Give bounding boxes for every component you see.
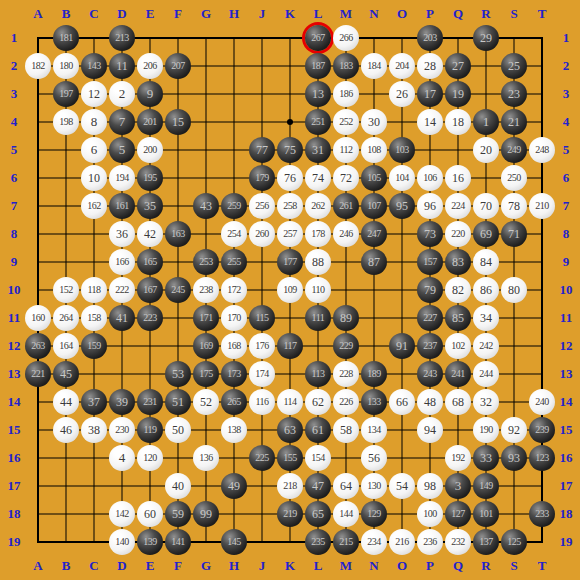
stone-black-t18[interactable]: 233 bbox=[529, 501, 555, 527]
stone-black-s3[interactable]: 23 bbox=[501, 81, 527, 107]
stone-black-t16[interactable]: 123 bbox=[529, 445, 555, 471]
row-label-left-17: 17 bbox=[8, 478, 21, 494]
stone-white-l16[interactable]: 154 bbox=[305, 445, 331, 471]
stone-black-o5[interactable]: 103 bbox=[389, 137, 415, 163]
stone-white-p15[interactable]: 94 bbox=[417, 417, 443, 443]
stone-black-k15[interactable]: 63 bbox=[277, 417, 303, 443]
stone-white-h10[interactable]: 172 bbox=[221, 277, 247, 303]
stone-black-q17[interactable]: 3 bbox=[445, 473, 471, 499]
stone-black-g12[interactable]: 169 bbox=[193, 333, 219, 359]
stone-white-n4[interactable]: 30 bbox=[361, 109, 387, 135]
stone-black-l19[interactable]: 235 bbox=[305, 529, 331, 555]
col-label-top-j: J bbox=[259, 6, 266, 22]
stone-black-k5[interactable]: 75 bbox=[277, 137, 303, 163]
row-label-right-8: 8 bbox=[563, 226, 570, 242]
stone-white-c10[interactable]: 118 bbox=[81, 277, 107, 303]
stone-black-m11[interactable]: 89 bbox=[333, 305, 359, 331]
stone-black-f4[interactable]: 15 bbox=[165, 109, 191, 135]
stone-black-l2[interactable]: 187 bbox=[305, 53, 331, 79]
stone-white-j13[interactable]: 174 bbox=[249, 361, 275, 387]
row-label-left-8: 8 bbox=[11, 226, 18, 242]
stone-white-n16[interactable]: 56 bbox=[361, 445, 387, 471]
stone-white-n15[interactable]: 134 bbox=[361, 417, 387, 443]
stone-white-m14[interactable]: 226 bbox=[333, 389, 359, 415]
row-label-left-13: 13 bbox=[8, 366, 21, 382]
stone-white-s10[interactable]: 80 bbox=[501, 277, 527, 303]
stone-white-n2[interactable]: 184 bbox=[361, 53, 387, 79]
stone-white-e8[interactable]: 42 bbox=[137, 221, 163, 247]
stone-white-e5[interactable]: 200 bbox=[137, 137, 163, 163]
col-label-bottom-l: L bbox=[314, 558, 323, 574]
stone-black-e7[interactable]: 35 bbox=[137, 193, 163, 219]
stone-white-b2[interactable]: 180 bbox=[53, 53, 79, 79]
stone-black-d14[interactable]: 39 bbox=[109, 389, 135, 415]
stone-black-r16[interactable]: 33 bbox=[473, 445, 499, 471]
stone-black-n13[interactable]: 189 bbox=[361, 361, 387, 387]
stone-black-f14[interactable]: 51 bbox=[165, 389, 191, 415]
stone-black-e4[interactable]: 201 bbox=[137, 109, 163, 135]
stone-white-o14[interactable]: 66 bbox=[389, 389, 415, 415]
stone-black-d11[interactable]: 41 bbox=[109, 305, 135, 331]
stone-black-a13[interactable]: 221 bbox=[25, 361, 51, 387]
stone-black-g18[interactable]: 99 bbox=[193, 501, 219, 527]
stone-black-r1[interactable]: 29 bbox=[473, 25, 499, 51]
stone-black-r4[interactable]: 1 bbox=[473, 109, 499, 135]
stone-white-l10[interactable]: 110 bbox=[305, 277, 331, 303]
stone-white-c7[interactable]: 162 bbox=[81, 193, 107, 219]
stone-white-m5[interactable]: 112 bbox=[333, 137, 359, 163]
stone-black-s5[interactable]: 249 bbox=[501, 137, 527, 163]
stone-white-m6[interactable]: 72 bbox=[333, 165, 359, 191]
row-label-right-15: 15 bbox=[560, 422, 573, 438]
stone-black-n18[interactable]: 129 bbox=[361, 501, 387, 527]
stone-white-r11[interactable]: 34 bbox=[473, 305, 499, 331]
stone-white-k6[interactable]: 76 bbox=[277, 165, 303, 191]
row-label-right-1: 1 bbox=[563, 30, 570, 46]
stone-black-j16[interactable]: 225 bbox=[249, 445, 275, 471]
row-label-right-19: 19 bbox=[560, 534, 573, 550]
stone-white-r10[interactable]: 86 bbox=[473, 277, 499, 303]
stone-white-k14[interactable]: 114 bbox=[277, 389, 303, 415]
stone-white-d10[interactable]: 222 bbox=[109, 277, 135, 303]
row-label-right-14: 14 bbox=[560, 394, 573, 410]
col-label-top-e: E bbox=[146, 6, 155, 22]
col-label-bottom-c: C bbox=[89, 558, 98, 574]
row-label-left-15: 15 bbox=[8, 422, 21, 438]
stone-white-r14[interactable]: 32 bbox=[473, 389, 499, 415]
row-label-right-2: 2 bbox=[563, 58, 570, 74]
col-label-bottom-k: K bbox=[285, 558, 295, 574]
stone-white-m3[interactable]: 186 bbox=[333, 81, 359, 107]
col-label-top-r: R bbox=[481, 6, 490, 22]
stone-white-j7[interactable]: 256 bbox=[249, 193, 275, 219]
stone-white-g16[interactable]: 136 bbox=[193, 445, 219, 471]
stone-black-s4[interactable]: 21 bbox=[501, 109, 527, 135]
stone-black-m2[interactable]: 183 bbox=[333, 53, 359, 79]
col-label-top-a: A bbox=[33, 6, 42, 22]
stone-white-m18[interactable]: 144 bbox=[333, 501, 359, 527]
stone-black-b3[interactable]: 197 bbox=[53, 81, 79, 107]
col-label-top-s: S bbox=[510, 6, 517, 22]
stone-white-c3[interactable]: 12 bbox=[81, 81, 107, 107]
stone-white-j12[interactable]: 176 bbox=[249, 333, 275, 359]
stone-white-m8[interactable]: 246 bbox=[333, 221, 359, 247]
stone-white-p17[interactable]: 98 bbox=[417, 473, 443, 499]
stone-black-j11[interactable]: 115 bbox=[249, 305, 275, 331]
stone-white-p6[interactable]: 106 bbox=[417, 165, 443, 191]
col-label-bottom-q: Q bbox=[453, 558, 463, 574]
col-label-bottom-m: M bbox=[340, 558, 352, 574]
stone-white-m1[interactable]: 266 bbox=[333, 25, 359, 51]
stone-black-p12[interactable]: 237 bbox=[417, 333, 443, 359]
stone-black-n9[interactable]: 87 bbox=[361, 249, 387, 275]
stone-black-o12[interactable]: 91 bbox=[389, 333, 415, 359]
stone-black-d1[interactable]: 213 bbox=[109, 25, 135, 51]
stone-white-l9[interactable]: 88 bbox=[305, 249, 331, 275]
stone-black-q9[interactable]: 83 bbox=[445, 249, 471, 275]
stone-black-q13[interactable]: 241 bbox=[445, 361, 471, 387]
stone-white-p18[interactable]: 100 bbox=[417, 501, 443, 527]
stone-black-g11[interactable]: 171 bbox=[193, 305, 219, 331]
stone-white-b11[interactable]: 264 bbox=[53, 305, 79, 331]
col-label-bottom-d: D bbox=[117, 558, 126, 574]
stone-black-g7[interactable]: 43 bbox=[193, 193, 219, 219]
stone-white-q12[interactable]: 102 bbox=[445, 333, 471, 359]
stone-white-a11[interactable]: 160 bbox=[25, 305, 51, 331]
stone-white-f17[interactable]: 40 bbox=[165, 473, 191, 499]
col-label-bottom-t: T bbox=[538, 558, 547, 574]
stone-white-e2[interactable]: 206 bbox=[137, 53, 163, 79]
col-label-top-b: B bbox=[62, 6, 71, 22]
stone-white-s7[interactable]: 78 bbox=[501, 193, 527, 219]
stone-white-d8[interactable]: 36 bbox=[109, 221, 135, 247]
row-label-right-3: 3 bbox=[563, 86, 570, 102]
stone-black-g13[interactable]: 175 bbox=[193, 361, 219, 387]
stone-white-o2[interactable]: 204 bbox=[389, 53, 415, 79]
stone-white-k10[interactable]: 109 bbox=[277, 277, 303, 303]
stone-black-m12[interactable]: 229 bbox=[333, 333, 359, 359]
star-point-k4 bbox=[287, 119, 293, 125]
stone-black-e19[interactable]: 139 bbox=[137, 529, 163, 555]
stone-black-j5[interactable]: 77 bbox=[249, 137, 275, 163]
stone-black-s2[interactable]: 25 bbox=[501, 53, 527, 79]
stone-white-q16[interactable]: 192 bbox=[445, 445, 471, 471]
stone-black-l18[interactable]: 65 bbox=[305, 501, 331, 527]
stone-white-m4[interactable]: 252 bbox=[333, 109, 359, 135]
stone-black-t15[interactable]: 239 bbox=[529, 417, 555, 443]
stone-white-b4[interactable]: 198 bbox=[53, 109, 79, 135]
row-label-right-9: 9 bbox=[563, 254, 570, 270]
stone-black-s8[interactable]: 71 bbox=[501, 221, 527, 247]
stone-white-c4[interactable]: 8 bbox=[81, 109, 107, 135]
col-label-bottom-h: H bbox=[229, 558, 239, 574]
stone-white-j8[interactable]: 260 bbox=[249, 221, 275, 247]
stone-white-a2[interactable]: 182 bbox=[25, 53, 51, 79]
col-label-top-k: K bbox=[285, 6, 295, 22]
col-label-bottom-o: O bbox=[397, 558, 407, 574]
stone-black-k12[interactable]: 117 bbox=[277, 333, 303, 359]
row-label-right-17: 17 bbox=[560, 478, 573, 494]
row-label-left-1: 1 bbox=[11, 30, 18, 46]
stone-black-n8[interactable]: 247 bbox=[361, 221, 387, 247]
col-label-top-n: N bbox=[369, 6, 378, 22]
stone-black-k16[interactable]: 155 bbox=[277, 445, 303, 471]
stone-black-h17[interactable]: 49 bbox=[221, 473, 247, 499]
stone-white-q10[interactable]: 82 bbox=[445, 277, 471, 303]
stone-black-p8[interactable]: 73 bbox=[417, 221, 443, 247]
stone-white-b14[interactable]: 44 bbox=[53, 389, 79, 415]
stone-white-c5[interactable]: 6 bbox=[81, 137, 107, 163]
row-label-right-16: 16 bbox=[560, 450, 573, 466]
stone-black-q2[interactable]: 27 bbox=[445, 53, 471, 79]
col-label-bottom-e: E bbox=[146, 558, 155, 574]
col-label-bottom-r: R bbox=[481, 558, 490, 574]
stone-white-s15[interactable]: 92 bbox=[501, 417, 527, 443]
stone-white-l7[interactable]: 262 bbox=[305, 193, 331, 219]
stone-white-p14[interactable]: 48 bbox=[417, 389, 443, 415]
stone-white-c15[interactable]: 38 bbox=[81, 417, 107, 443]
stone-white-f15[interactable]: 50 bbox=[165, 417, 191, 443]
stone-black-m19[interactable]: 215 bbox=[333, 529, 359, 555]
stone-black-l13[interactable]: 113 bbox=[305, 361, 331, 387]
stone-white-k7[interactable]: 258 bbox=[277, 193, 303, 219]
stone-black-d7[interactable]: 161 bbox=[109, 193, 135, 219]
stone-black-d4[interactable]: 7 bbox=[109, 109, 135, 135]
row-label-left-19: 19 bbox=[8, 534, 21, 550]
stone-black-s19[interactable]: 125 bbox=[501, 529, 527, 555]
stone-white-h15[interactable]: 138 bbox=[221, 417, 247, 443]
stone-black-k9[interactable]: 177 bbox=[277, 249, 303, 275]
row-label-right-11: 11 bbox=[560, 310, 572, 326]
stone-black-l1-last-move[interactable]: 267 bbox=[305, 25, 331, 51]
row-label-left-10: 10 bbox=[8, 282, 21, 298]
stone-black-b13[interactable]: 45 bbox=[53, 361, 79, 387]
stone-white-q4[interactable]: 18 bbox=[445, 109, 471, 135]
stone-black-b1[interactable]: 181 bbox=[53, 25, 79, 51]
stone-white-n17[interactable]: 130 bbox=[361, 473, 387, 499]
stone-black-e9[interactable]: 165 bbox=[137, 249, 163, 275]
stone-white-e18[interactable]: 60 bbox=[137, 501, 163, 527]
stone-black-f2[interactable]: 207 bbox=[165, 53, 191, 79]
stone-white-d9[interactable]: 166 bbox=[109, 249, 135, 275]
stone-white-q19[interactable]: 232 bbox=[445, 529, 471, 555]
stone-black-f18[interactable]: 59 bbox=[165, 501, 191, 527]
stone-white-r9[interactable]: 84 bbox=[473, 249, 499, 275]
stone-white-n19[interactable]: 234 bbox=[361, 529, 387, 555]
stone-black-q18[interactable]: 127 bbox=[445, 501, 471, 527]
stone-white-r12[interactable]: 242 bbox=[473, 333, 499, 359]
stone-white-b12[interactable]: 164 bbox=[53, 333, 79, 359]
col-label-top-f: F bbox=[174, 6, 182, 22]
stone-black-g9[interactable]: 253 bbox=[193, 249, 219, 275]
stone-black-e10[interactable]: 167 bbox=[137, 277, 163, 303]
row-label-left-6: 6 bbox=[11, 170, 18, 186]
stone-white-j14[interactable]: 116 bbox=[249, 389, 275, 415]
stone-black-h14[interactable]: 265 bbox=[221, 389, 247, 415]
row-label-left-5: 5 bbox=[11, 142, 18, 158]
row-label-left-12: 12 bbox=[8, 338, 21, 354]
stone-white-o3[interactable]: 26 bbox=[389, 81, 415, 107]
col-label-top-g: G bbox=[201, 6, 211, 22]
stone-white-c11[interactable]: 158 bbox=[81, 305, 107, 331]
row-label-left-16: 16 bbox=[8, 450, 21, 466]
stone-white-q8[interactable]: 220 bbox=[445, 221, 471, 247]
stone-black-d2[interactable]: 11 bbox=[109, 53, 135, 79]
stone-black-p11[interactable]: 227 bbox=[417, 305, 443, 331]
stone-black-s16[interactable]: 93 bbox=[501, 445, 527, 471]
stone-white-g10[interactable]: 238 bbox=[193, 277, 219, 303]
col-label-bottom-b: B bbox=[62, 558, 71, 574]
stone-black-e11[interactable]: 223 bbox=[137, 305, 163, 331]
stone-white-n5[interactable]: 108 bbox=[361, 137, 387, 163]
stone-black-r17[interactable]: 149 bbox=[473, 473, 499, 499]
stone-black-f19[interactable]: 141 bbox=[165, 529, 191, 555]
col-label-top-c: C bbox=[89, 6, 98, 22]
stone-black-e3[interactable]: 9 bbox=[137, 81, 163, 107]
stone-black-p10[interactable]: 79 bbox=[417, 277, 443, 303]
stone-black-l3[interactable]: 13 bbox=[305, 81, 331, 107]
stone-white-d3[interactable]: 2 bbox=[109, 81, 135, 107]
col-label-top-d: D bbox=[117, 6, 126, 22]
stone-white-t5[interactable]: 248 bbox=[529, 137, 555, 163]
stone-black-q11[interactable]: 85 bbox=[445, 305, 471, 331]
stone-white-b15[interactable]: 46 bbox=[53, 417, 79, 443]
stone-white-k17[interactable]: 218 bbox=[277, 473, 303, 499]
stone-black-o7[interactable]: 95 bbox=[389, 193, 415, 219]
stone-black-p3[interactable]: 17 bbox=[417, 81, 443, 107]
stone-black-e15[interactable]: 119 bbox=[137, 417, 163, 443]
stone-white-p4[interactable]: 14 bbox=[417, 109, 443, 135]
row-label-right-5: 5 bbox=[563, 142, 570, 158]
col-label-top-l: L bbox=[314, 6, 323, 22]
stone-white-l6[interactable]: 74 bbox=[305, 165, 331, 191]
stone-white-b10[interactable]: 152 bbox=[53, 277, 79, 303]
row-label-right-12: 12 bbox=[560, 338, 573, 354]
row-label-left-11: 11 bbox=[8, 310, 20, 326]
stone-white-h12[interactable]: 168 bbox=[221, 333, 247, 359]
col-label-top-p: P bbox=[426, 6, 434, 22]
stone-white-r5[interactable]: 20 bbox=[473, 137, 499, 163]
stone-black-c14[interactable]: 37 bbox=[81, 389, 107, 415]
stone-white-d15[interactable]: 230 bbox=[109, 417, 135, 443]
stone-white-q7[interactable]: 224 bbox=[445, 193, 471, 219]
row-label-left-7: 7 bbox=[11, 198, 18, 214]
stone-black-p13[interactable]: 243 bbox=[417, 361, 443, 387]
stone-black-m7[interactable]: 261 bbox=[333, 193, 359, 219]
col-label-bottom-p: P bbox=[426, 558, 434, 574]
stone-black-n6[interactable]: 105 bbox=[361, 165, 387, 191]
stone-white-r13[interactable]: 244 bbox=[473, 361, 499, 387]
row-label-right-7: 7 bbox=[563, 198, 570, 214]
stone-black-l17[interactable]: 47 bbox=[305, 473, 331, 499]
stone-black-f13[interactable]: 53 bbox=[165, 361, 191, 387]
stone-white-h8[interactable]: 254 bbox=[221, 221, 247, 247]
row-label-right-13: 13 bbox=[560, 366, 573, 382]
stone-white-d18[interactable]: 142 bbox=[109, 501, 135, 527]
stone-white-p2[interactable]: 28 bbox=[417, 53, 443, 79]
stone-black-r18[interactable]: 101 bbox=[473, 501, 499, 527]
stone-white-d6[interactable]: 194 bbox=[109, 165, 135, 191]
row-label-left-4: 4 bbox=[11, 114, 18, 130]
stone-black-l15[interactable]: 61 bbox=[305, 417, 331, 443]
stone-black-p9[interactable]: 157 bbox=[417, 249, 443, 275]
stone-black-h19[interactable]: 145 bbox=[221, 529, 247, 555]
col-label-bottom-j: J bbox=[259, 558, 266, 574]
stone-black-f10[interactable]: 245 bbox=[165, 277, 191, 303]
stone-black-e14[interactable]: 231 bbox=[137, 389, 163, 415]
col-label-bottom-s: S bbox=[510, 558, 517, 574]
col-label-bottom-n: N bbox=[369, 558, 378, 574]
stone-black-l11[interactable]: 111 bbox=[305, 305, 331, 331]
stone-white-p7[interactable]: 96 bbox=[417, 193, 443, 219]
stone-black-h13[interactable]: 173 bbox=[221, 361, 247, 387]
stone-black-l5[interactable]: 31 bbox=[305, 137, 331, 163]
stone-white-h11[interactable]: 170 bbox=[221, 305, 247, 331]
stone-white-l14[interactable]: 62 bbox=[305, 389, 331, 415]
stone-white-k8[interactable]: 257 bbox=[277, 221, 303, 247]
col-label-top-q: Q bbox=[453, 6, 463, 22]
row-label-left-9: 9 bbox=[11, 254, 18, 270]
col-label-top-t: T bbox=[538, 6, 547, 22]
stone-white-m13[interactable]: 228 bbox=[333, 361, 359, 387]
stone-white-g14[interactable]: 52 bbox=[193, 389, 219, 415]
stone-white-d16[interactable]: 4 bbox=[109, 445, 135, 471]
go-board[interactable]: AABBCCDDEEFFGGHHJJKKLLMMNNOOPPQQRRSSTT11… bbox=[0, 0, 580, 580]
stone-black-k18[interactable]: 219 bbox=[277, 501, 303, 527]
col-label-bottom-f: F bbox=[174, 558, 182, 574]
stone-white-p19[interactable]: 236 bbox=[417, 529, 443, 555]
stone-black-n7[interactable]: 107 bbox=[361, 193, 387, 219]
stone-white-m15[interactable]: 58 bbox=[333, 417, 359, 443]
stone-white-r7[interactable]: 70 bbox=[473, 193, 499, 219]
stone-black-d5[interactable]: 5 bbox=[109, 137, 135, 163]
stone-black-c12[interactable]: 159 bbox=[81, 333, 107, 359]
stone-white-l8[interactable]: 178 bbox=[305, 221, 331, 247]
stone-white-r15[interactable]: 190 bbox=[473, 417, 499, 443]
stone-white-d19[interactable]: 140 bbox=[109, 529, 135, 555]
stone-white-t14[interactable]: 240 bbox=[529, 389, 555, 415]
stone-white-t7[interactable]: 210 bbox=[529, 193, 555, 219]
col-label-top-h: H bbox=[229, 6, 239, 22]
row-label-right-18: 18 bbox=[560, 506, 573, 522]
stone-white-o6[interactable]: 104 bbox=[389, 165, 415, 191]
stone-white-m17[interactable]: 64 bbox=[333, 473, 359, 499]
stone-white-o19[interactable]: 216 bbox=[389, 529, 415, 555]
stone-black-e6[interactable]: 195 bbox=[137, 165, 163, 191]
col-label-bottom-g: G bbox=[201, 558, 211, 574]
stone-white-c6[interactable]: 10 bbox=[81, 165, 107, 191]
stone-black-n14[interactable]: 133 bbox=[361, 389, 387, 415]
stone-white-e16[interactable]: 120 bbox=[137, 445, 163, 471]
stone-white-s6[interactable]: 250 bbox=[501, 165, 527, 191]
stone-black-h7[interactable]: 259 bbox=[221, 193, 247, 219]
stone-black-j6[interactable]: 179 bbox=[249, 165, 275, 191]
col-label-top-m: M bbox=[340, 6, 352, 22]
row-label-left-2: 2 bbox=[11, 58, 18, 74]
stone-black-c2[interactable]: 143 bbox=[81, 53, 107, 79]
stone-black-l4[interactable]: 251 bbox=[305, 109, 331, 135]
stone-black-r8[interactable]: 69 bbox=[473, 221, 499, 247]
stone-white-q6[interactable]: 16 bbox=[445, 165, 471, 191]
stone-black-h9[interactable]: 255 bbox=[221, 249, 247, 275]
stone-white-o17[interactable]: 54 bbox=[389, 473, 415, 499]
stone-black-a12[interactable]: 263 bbox=[25, 333, 51, 359]
stone-black-r19[interactable]: 137 bbox=[473, 529, 499, 555]
stone-white-q14[interactable]: 68 bbox=[445, 389, 471, 415]
stone-black-p1[interactable]: 203 bbox=[417, 25, 443, 51]
stone-black-q3[interactable]: 19 bbox=[445, 81, 471, 107]
stone-black-f8[interactable]: 163 bbox=[165, 221, 191, 247]
